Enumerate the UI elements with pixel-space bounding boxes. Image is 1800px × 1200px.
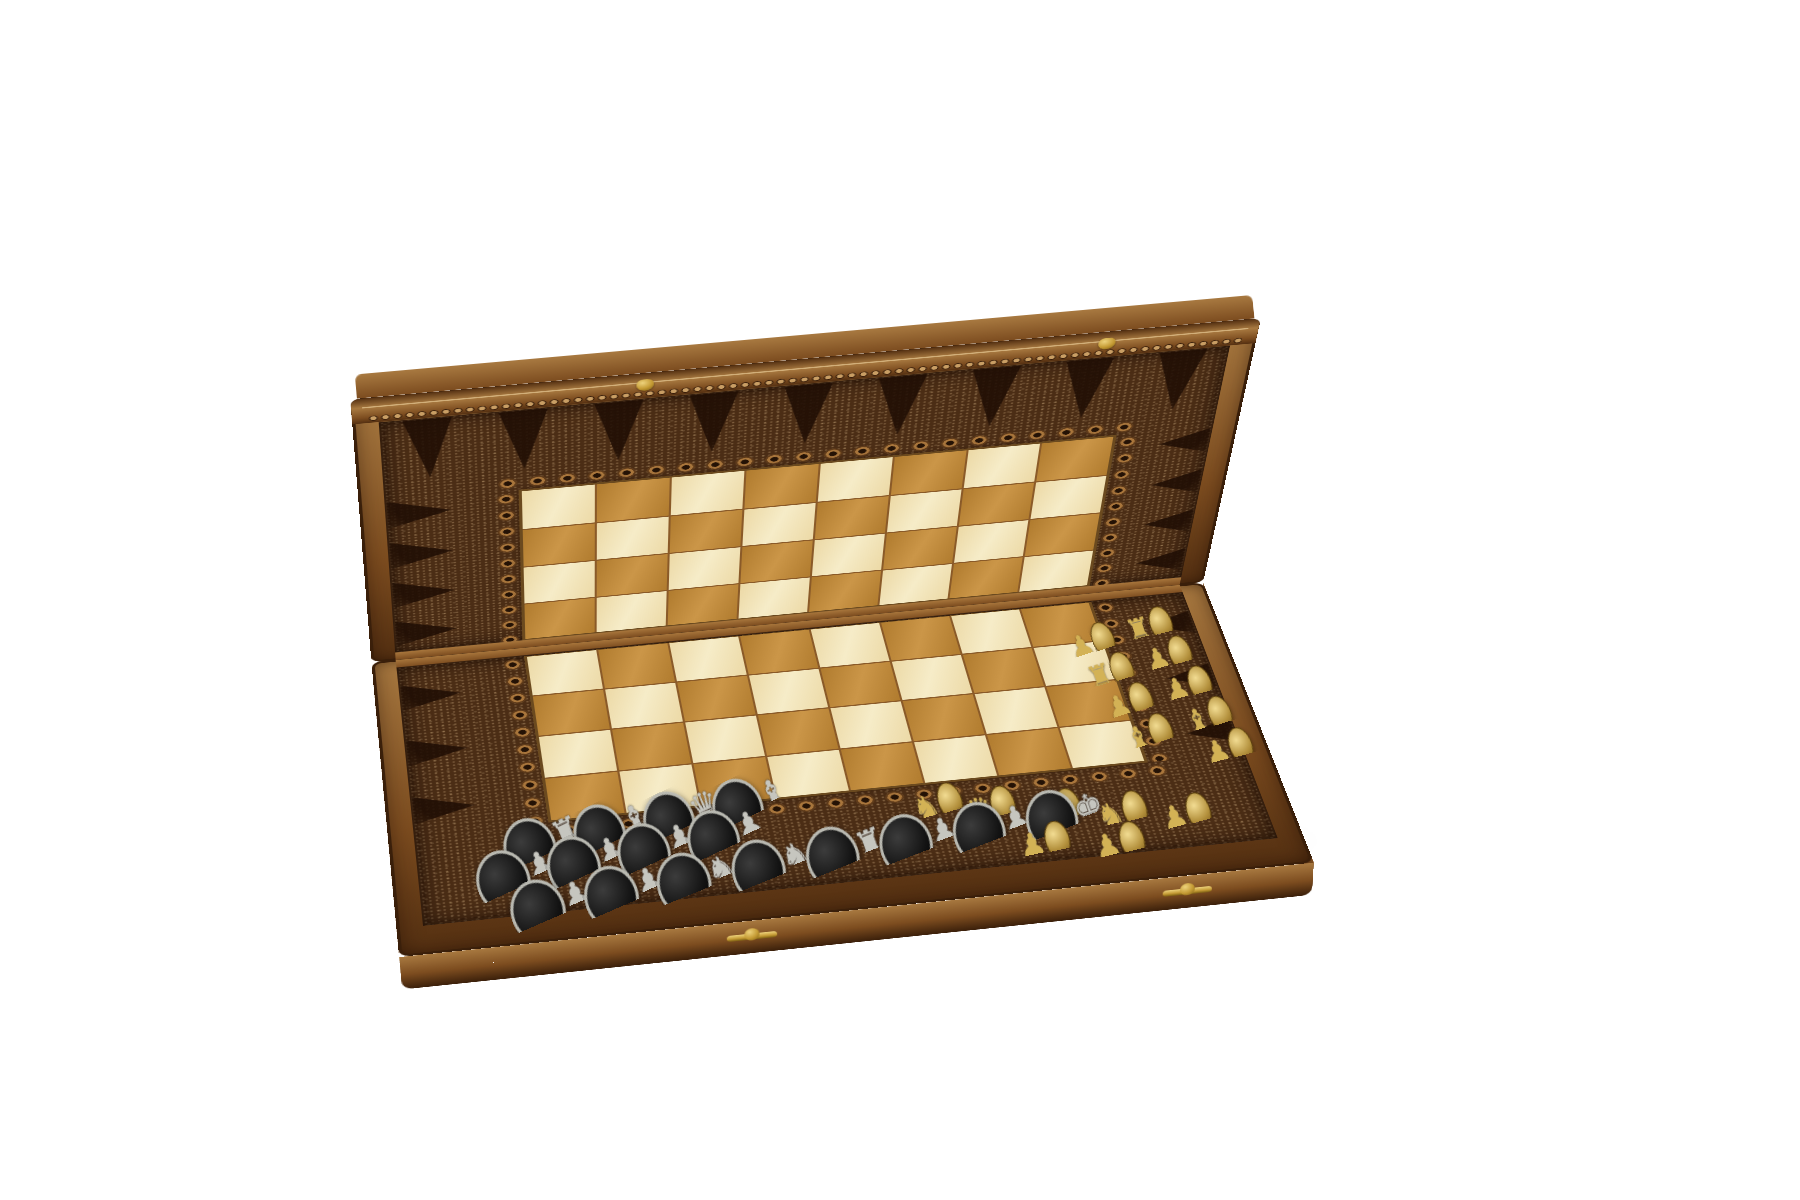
brass-base [1181,790,1216,833]
lid-half [350,318,1261,662]
board-square [671,471,745,515]
board-square [522,485,595,529]
brass-base [1040,818,1074,861]
chess-piece-brass: ♟ [1089,818,1150,868]
board-square [670,510,743,553]
front-clasp [1163,881,1213,902]
lid-latch [637,379,655,392]
brass-base [1223,724,1258,766]
board-square [668,584,739,625]
chess-piece-brass: ♟ [1199,724,1258,773]
clasp-knob [1180,882,1195,896]
lid-latch [1097,337,1116,350]
chess-piece-brass: ♝ [1120,710,1179,760]
camera-wrapper: ♜♝♛♝♟♟♟♟♟♟♞♞♜♟♟♚♜♟♟♝♟♟♜♟♝♛♚♞♟♞♟♟ [0,0,1800,1200]
brass-base [1115,818,1150,861]
board-square [959,482,1034,525]
front-clasp [727,926,778,947]
chess-piece-brass: ♟ [1156,790,1216,840]
chess-piece-brass: ♟ [1014,818,1075,867]
chess-box: ♜♝♛♝♟♟♟♟♟♟♞♞♜♟♟♚♜♟♟♝♟♟♜♟♝♛♚♞♟♞♟♟ [348,349,1314,957]
clasp-knob [744,928,760,942]
product-photo-scene: ♜♝♛♝♟♟♟♟♟♟♞♞♜♟♟♚♜♟♟♝♟♟♜♟♝♛♚♞♟♞♟♟ [0,0,1800,1200]
